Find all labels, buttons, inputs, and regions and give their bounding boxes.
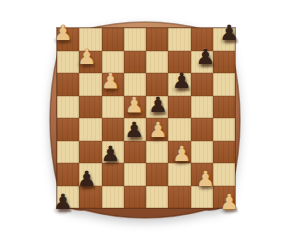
square-e6[interactable] <box>146 73 168 96</box>
square-f8[interactable] <box>168 28 190 51</box>
white-pawn[interactable]: ♟ <box>52 22 74 45</box>
square-h3[interactable] <box>213 141 235 164</box>
white-pawn[interactable]: ♟ <box>218 192 240 215</box>
square-g6[interactable] <box>191 73 213 96</box>
black-pawn[interactable]: ♟ <box>52 192 74 215</box>
square-c5[interactable] <box>102 96 124 119</box>
square-a3[interactable] <box>57 141 79 164</box>
square-c3[interactable]: ♟ <box>102 141 124 164</box>
square-d6[interactable] <box>124 73 146 96</box>
white-pawn[interactable]: ♟ <box>194 168 216 191</box>
black-pawn[interactable]: ♟ <box>194 46 216 69</box>
square-b4[interactable] <box>79 118 101 141</box>
black-pawn[interactable]: ♟ <box>147 95 169 118</box>
square-e8[interactable] <box>146 28 168 51</box>
square-e2[interactable] <box>146 163 168 186</box>
black-pawn[interactable]: ♟ <box>99 143 121 166</box>
square-f2[interactable] <box>168 163 190 186</box>
square-b3[interactable] <box>79 141 101 164</box>
square-d5[interactable]: ♟ <box>124 96 146 119</box>
square-b7[interactable]: ♟ <box>79 51 101 74</box>
square-g4[interactable] <box>191 118 213 141</box>
white-pawn[interactable]: ♟ <box>171 143 193 166</box>
square-d7[interactable] <box>124 51 146 74</box>
square-c4[interactable] <box>102 118 124 141</box>
black-pawn[interactable]: ♟ <box>76 168 98 191</box>
square-a4[interactable] <box>57 118 79 141</box>
square-e1[interactable] <box>146 186 168 209</box>
square-a5[interactable] <box>57 96 79 119</box>
square-g7[interactable]: ♟ <box>191 51 213 74</box>
square-g2[interactable]: ♟ <box>191 163 213 186</box>
white-pawn[interactable]: ♟ <box>123 95 145 118</box>
square-d8[interactable] <box>124 28 146 51</box>
square-d3[interactable] <box>124 141 146 164</box>
square-c1[interactable] <box>102 186 124 209</box>
chess-board[interactable]: ♟♟♟♟♟♟♟♟♟♟♟♟♟♟♟♟ <box>57 28 235 208</box>
square-c2[interactable] <box>102 163 124 186</box>
black-pawn[interactable]: ♟ <box>218 22 240 45</box>
square-f4[interactable] <box>168 118 190 141</box>
square-e3[interactable] <box>146 141 168 164</box>
square-b2[interactable]: ♟ <box>79 163 101 186</box>
square-f6[interactable]: ♟ <box>168 73 190 96</box>
white-pawn[interactable]: ♟ <box>76 46 98 69</box>
square-g5[interactable] <box>191 96 213 119</box>
square-f5[interactable] <box>168 96 190 119</box>
black-pawn[interactable]: ♟ <box>123 119 145 141</box>
square-d4[interactable]: ♟ <box>124 118 146 141</box>
black-pawn[interactable]: ♟ <box>171 70 193 93</box>
square-b5[interactable] <box>79 96 101 119</box>
white-pawn[interactable]: ♟ <box>147 119 169 141</box>
square-b6[interactable] <box>79 73 101 96</box>
square-c6[interactable]: ♟ <box>102 73 124 96</box>
square-a6[interactable] <box>57 73 79 96</box>
square-g3[interactable] <box>191 141 213 164</box>
square-h4[interactable] <box>213 118 235 141</box>
square-h5[interactable] <box>213 96 235 119</box>
white-pawn[interactable]: ♟ <box>99 70 121 93</box>
square-f3[interactable]: ♟ <box>168 141 190 164</box>
square-d2[interactable] <box>124 163 146 186</box>
square-d1[interactable] <box>124 186 146 209</box>
square-e5[interactable]: ♟ <box>146 96 168 119</box>
square-e7[interactable] <box>146 51 168 74</box>
square-c8[interactable] <box>102 28 124 51</box>
chessboard-overhead-photo: ♟♟♟♟♟♟♟♟♟♟♟♟♟♟♟♟ <box>0 0 294 240</box>
square-h6[interactable] <box>213 73 235 96</box>
square-e4[interactable]: ♟ <box>146 118 168 141</box>
square-f1[interactable] <box>168 186 190 209</box>
